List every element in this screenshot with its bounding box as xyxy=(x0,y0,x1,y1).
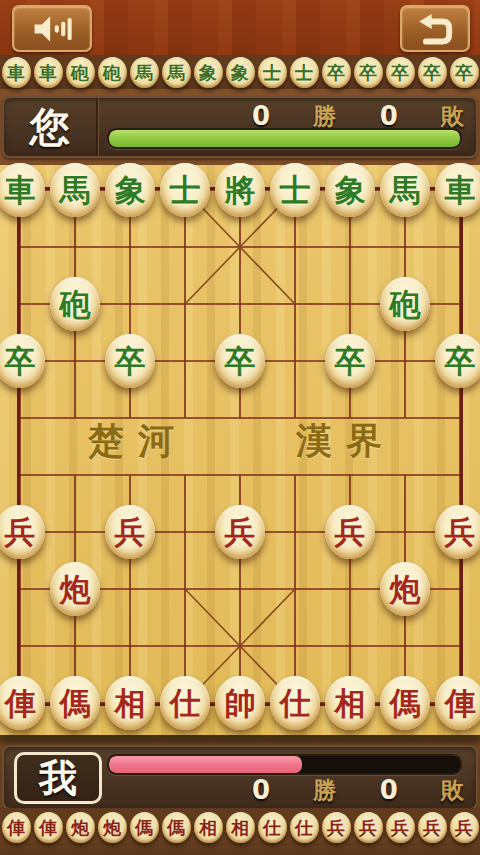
piece-char: 相 xyxy=(335,688,366,719)
captured-piece: 象 xyxy=(194,57,223,88)
board-piece[interactable]: 相 xyxy=(325,676,375,730)
captured-piece: 兵 xyxy=(418,812,447,843)
board-piece[interactable]: 兵 xyxy=(325,505,375,559)
captured-piece: 相 xyxy=(226,812,255,843)
speaker-icon xyxy=(30,13,74,45)
board-piece[interactable]: 兵 xyxy=(215,505,265,559)
captured-piece: 炮 xyxy=(98,812,127,843)
piece-char: 象 xyxy=(115,175,146,206)
captured-piece: 卒 xyxy=(354,57,383,88)
piece-char: 炮 xyxy=(390,574,421,605)
piece-char: 兵 xyxy=(225,517,256,548)
piece-char: 兵 xyxy=(5,517,36,548)
captured-piece: 砲 xyxy=(66,57,95,88)
board-piece[interactable]: 傌 xyxy=(50,676,100,730)
board-piece[interactable]: 象 xyxy=(105,163,155,217)
app-screen: 車車砲砲馬馬象象士士卒卒卒卒卒 您 0 勝 0 敗 楚河 漢界 車馬象士將士象馬… xyxy=(0,0,480,855)
board-piece[interactable]: 仕 xyxy=(270,676,320,730)
piece-char: 士 xyxy=(170,175,201,206)
captured-piece: 卒 xyxy=(386,57,415,88)
piece-char: 卒 xyxy=(225,346,256,377)
board-piece[interactable]: 傌 xyxy=(380,676,430,730)
board-piece[interactable]: 兵 xyxy=(435,505,480,559)
piece-char: 相 xyxy=(115,688,146,719)
captured-tray-black: 車車砲砲馬馬象象士士卒卒卒卒卒 xyxy=(0,55,480,89)
piece-char: 車 xyxy=(5,175,36,206)
opponent-progress-bar xyxy=(107,128,462,149)
board-piece[interactable]: 砲 xyxy=(380,277,430,331)
piece-char: 炮 xyxy=(60,574,91,605)
player-progress-bar xyxy=(107,754,462,775)
piece-char: 俥 xyxy=(445,688,476,719)
opponent-progress-fill xyxy=(109,130,460,147)
board-piece[interactable]: 馬 xyxy=(50,163,100,217)
wins-label: 勝 xyxy=(313,775,336,806)
sound-button[interactable] xyxy=(12,5,92,52)
board-piece[interactable]: 卒 xyxy=(435,334,480,388)
captured-piece: 兵 xyxy=(322,812,351,843)
player-score-panel: 我 0 勝 0 敗 xyxy=(2,745,478,810)
captured-piece: 卒 xyxy=(450,57,479,88)
opponent-score-panel: 您 0 勝 0 敗 xyxy=(2,96,478,158)
piece-char: 卒 xyxy=(5,346,36,377)
board-piece[interactable]: 砲 xyxy=(50,277,100,331)
piece-char: 卒 xyxy=(445,346,476,377)
board-piece[interactable]: 將 xyxy=(215,163,265,217)
captured-piece: 兵 xyxy=(450,812,479,843)
piece-char: 傌 xyxy=(390,688,421,719)
board-piece[interactable]: 車 xyxy=(435,163,480,217)
captured-piece: 炮 xyxy=(66,812,95,843)
losses-label: 敗 xyxy=(441,101,464,132)
captured-tray-red: 俥俥炮炮傌傌相相仕仕兵兵兵兵兵 xyxy=(0,808,480,855)
board-piece[interactable]: 馬 xyxy=(380,163,430,217)
player-progress-fill xyxy=(109,756,302,773)
opponent-label: 您 xyxy=(4,98,98,156)
captured-piece: 卒 xyxy=(322,57,351,88)
board-piece[interactable]: 仕 xyxy=(160,676,210,730)
board-piece[interactable]: 卒 xyxy=(105,334,155,388)
captured-piece: 傌 xyxy=(162,812,191,843)
captured-piece: 車 xyxy=(2,57,31,88)
captured-piece: 馬 xyxy=(162,57,191,88)
piece-char: 砲 xyxy=(60,289,91,320)
piece-char: 馬 xyxy=(60,175,91,206)
piece-char: 兵 xyxy=(335,517,366,548)
captured-piece: 兵 xyxy=(386,812,415,843)
return-icon xyxy=(415,13,455,45)
piece-char: 象 xyxy=(335,175,366,206)
player-stats: 0 勝 0 敗 xyxy=(252,776,464,804)
piece-char: 帥 xyxy=(225,688,256,719)
board-piece[interactable]: 士 xyxy=(160,163,210,217)
captured-piece: 仕 xyxy=(258,812,287,843)
opponent-loss-count: 0 xyxy=(380,101,398,131)
captured-piece: 傌 xyxy=(130,812,159,843)
top-bar xyxy=(0,0,480,55)
piece-char: 兵 xyxy=(115,517,146,548)
piece-char: 俥 xyxy=(5,688,36,719)
captured-piece: 象 xyxy=(226,57,255,88)
player-loss-count: 0 xyxy=(380,775,398,805)
captured-piece: 俥 xyxy=(34,812,63,843)
piece-char: 車 xyxy=(445,175,476,206)
river-label-right: 漢界 xyxy=(256,417,436,466)
player-wins-count: 0 xyxy=(252,775,270,805)
board-piece[interactable]: 象 xyxy=(325,163,375,217)
piece-char: 卒 xyxy=(335,346,366,377)
opponent-stats: 0 勝 0 敗 xyxy=(252,102,464,130)
board-piece[interactable]: 卒 xyxy=(325,334,375,388)
piece-char: 馬 xyxy=(390,175,421,206)
xiangqi-board[interactable]: 楚河 漢界 車馬象士將士象馬車砲砲卒卒卒卒卒兵兵兵兵兵炮炮俥傌相仕帥仕相傌俥 xyxy=(0,165,480,735)
captured-piece: 兵 xyxy=(354,812,383,843)
board-piece[interactable]: 炮 xyxy=(380,562,430,616)
piece-char: 仕 xyxy=(170,688,201,719)
piece-char: 士 xyxy=(280,175,311,206)
captured-piece: 士 xyxy=(290,57,319,88)
captured-piece: 俥 xyxy=(2,812,31,843)
board-piece[interactable]: 俥 xyxy=(435,676,480,730)
river-label-left: 楚河 xyxy=(48,417,228,466)
wins-label: 勝 xyxy=(313,101,336,132)
board-piece[interactable]: 帥 xyxy=(215,676,265,730)
captured-piece: 相 xyxy=(194,812,223,843)
piece-char: 傌 xyxy=(60,688,91,719)
player-label: 我 xyxy=(14,752,102,804)
piece-char: 卒 xyxy=(115,346,146,377)
piece-char: 仕 xyxy=(280,688,311,719)
captured-piece: 士 xyxy=(258,57,287,88)
captured-piece: 仕 xyxy=(290,812,319,843)
back-button[interactable] xyxy=(400,5,470,52)
opponent-wins-count: 0 xyxy=(252,101,270,131)
board-piece[interactable]: 相 xyxy=(105,676,155,730)
piece-char: 兵 xyxy=(445,517,476,548)
captured-piece: 卒 xyxy=(418,57,447,88)
board-piece[interactable]: 兵 xyxy=(105,505,155,559)
captured-piece: 馬 xyxy=(130,57,159,88)
board-piece[interactable]: 卒 xyxy=(215,334,265,388)
board-piece[interactable]: 士 xyxy=(270,163,320,217)
captured-piece: 車 xyxy=(34,57,63,88)
board-piece[interactable]: 炮 xyxy=(50,562,100,616)
piece-char: 砲 xyxy=(390,289,421,320)
piece-char: 將 xyxy=(225,175,256,206)
losses-label: 敗 xyxy=(441,775,464,806)
captured-piece: 砲 xyxy=(98,57,127,88)
